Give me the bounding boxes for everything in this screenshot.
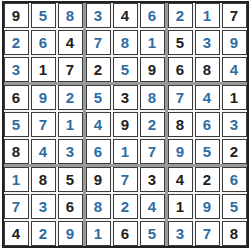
sudoku-cell-r5c3[interactable]: 1 (58, 112, 83, 137)
sudoku-cell-r7c5[interactable]: 7 (113, 167, 138, 192)
sudoku-cell-r3c6[interactable]: 9 (140, 57, 165, 82)
sudoku-cell-r2c6[interactable]: 1 (140, 30, 165, 55)
sudoku-cell-r4c5[interactable]: 3 (113, 85, 138, 110)
sudoku-cell-r8c7[interactable]: 1 (168, 194, 193, 219)
sudoku-cell-r2c1[interactable]: 2 (4, 30, 29, 55)
sudoku-cell-r9c1[interactable]: 4 (4, 221, 29, 246)
sudoku-cell-r7c1[interactable]: 1 (4, 167, 29, 192)
sudoku-cell-r7c3[interactable]: 5 (58, 167, 83, 192)
sudoku-cell-r3c3[interactable]: 7 (58, 57, 83, 82)
sudoku-cell-r4c2[interactable]: 9 (31, 85, 56, 110)
sudoku-cell-r2c5[interactable]: 8 (113, 30, 138, 55)
sudoku-cell-r1c8[interactable]: 1 (195, 3, 220, 28)
sudoku-cell-r4c1[interactable]: 6 (4, 85, 29, 110)
sudoku-cell-r5c4[interactable]: 4 (86, 112, 111, 137)
sudoku-cell-r7c8[interactable]: 2 (195, 167, 220, 192)
sudoku-cell-r6c6[interactable]: 7 (140, 139, 165, 164)
sudoku-box-3: 217539684 (168, 3, 247, 82)
sudoku-cell-r6c8[interactable]: 5 (195, 139, 220, 164)
sudoku-cell-r5c8[interactable]: 6 (195, 112, 220, 137)
sudoku-board: 9582643173467812592175396846925718435384… (2, 1, 249, 248)
sudoku-cell-r1c3[interactable]: 8 (58, 3, 83, 28)
sudoku-box-4: 692571843 (4, 85, 83, 164)
sudoku-cell-r8c4[interactable]: 8 (86, 194, 111, 219)
sudoku-cell-r9c3[interactable]: 9 (58, 221, 83, 246)
sudoku-cell-r6c7[interactable]: 9 (168, 139, 193, 164)
sudoku-cell-r3c2[interactable]: 1 (31, 57, 56, 82)
sudoku-cell-r9c9[interactable]: 8 (222, 221, 247, 246)
sudoku-cell-r5c2[interactable]: 7 (31, 112, 56, 137)
sudoku-cell-r8c6[interactable]: 4 (140, 194, 165, 219)
sudoku-cell-r3c1[interactable]: 3 (4, 57, 29, 82)
sudoku-cell-r4c8[interactable]: 4 (195, 85, 220, 110)
sudoku-box-8: 973824165 (86, 167, 165, 246)
sudoku-cell-r5c5[interactable]: 9 (113, 112, 138, 137)
sudoku-cell-r6c1[interactable]: 8 (4, 139, 29, 164)
sudoku-cell-r1c6[interactable]: 6 (140, 3, 165, 28)
sudoku-cell-r9c4[interactable]: 1 (86, 221, 111, 246)
sudoku-cell-r4c4[interactable]: 5 (86, 85, 111, 110)
sudoku-cell-r9c8[interactable]: 7 (195, 221, 220, 246)
sudoku-cell-r1c4[interactable]: 3 (86, 3, 111, 28)
sudoku-cell-r2c3[interactable]: 4 (58, 30, 83, 55)
sudoku-cell-r5c9[interactable]: 3 (222, 112, 247, 137)
sudoku-cell-r7c4[interactable]: 9 (86, 167, 111, 192)
sudoku-cell-r5c6[interactable]: 2 (140, 112, 165, 137)
sudoku-cell-r4c9[interactable]: 1 (222, 85, 247, 110)
sudoku-cell-r2c7[interactable]: 5 (168, 30, 193, 55)
sudoku-cell-r8c8[interactable]: 9 (195, 194, 220, 219)
sudoku-cell-r8c1[interactable]: 7 (4, 194, 29, 219)
sudoku-cell-r1c1[interactable]: 9 (4, 3, 29, 28)
sudoku-cell-r8c9[interactable]: 5 (222, 194, 247, 219)
sudoku-cell-r2c8[interactable]: 3 (195, 30, 220, 55)
sudoku-cell-r2c9[interactable]: 9 (222, 30, 247, 55)
sudoku-cell-r3c4[interactable]: 2 (86, 57, 111, 82)
sudoku-cell-r4c3[interactable]: 2 (58, 85, 83, 110)
sudoku-cell-r3c8[interactable]: 8 (195, 57, 220, 82)
sudoku-cell-r7c2[interactable]: 8 (31, 167, 56, 192)
sudoku-cell-r3c7[interactable]: 6 (168, 57, 193, 82)
sudoku-box-2: 346781259 (86, 3, 165, 82)
sudoku-cell-r2c2[interactable]: 6 (31, 30, 56, 55)
sudoku-cell-r5c1[interactable]: 5 (4, 112, 29, 137)
sudoku-box-5: 538492617 (86, 85, 165, 164)
sudoku-cell-r3c5[interactable]: 5 (113, 57, 138, 82)
sudoku-cell-r6c4[interactable]: 6 (86, 139, 111, 164)
sudoku-cell-r6c3[interactable]: 3 (58, 139, 83, 164)
sudoku-box-7: 185736429 (4, 167, 83, 246)
sudoku-cell-r6c2[interactable]: 4 (31, 139, 56, 164)
sudoku-cell-r8c3[interactable]: 6 (58, 194, 83, 219)
sudoku-cell-r9c5[interactable]: 6 (113, 221, 138, 246)
sudoku-cell-r8c2[interactable]: 3 (31, 194, 56, 219)
sudoku-cell-r3c9[interactable]: 4 (222, 57, 247, 82)
sudoku-cell-r1c9[interactable]: 7 (222, 3, 247, 28)
sudoku-cell-r6c5[interactable]: 1 (113, 139, 138, 164)
sudoku-cell-r4c7[interactable]: 7 (168, 85, 193, 110)
sudoku-cell-r1c7[interactable]: 2 (168, 3, 193, 28)
sudoku-box-6: 741863952 (168, 85, 247, 164)
sudoku-cell-r6c9[interactable]: 2 (222, 139, 247, 164)
sudoku-box-9: 426195378 (168, 167, 247, 246)
sudoku-cell-r7c9[interactable]: 6 (222, 167, 247, 192)
sudoku-cell-r5c7[interactable]: 8 (168, 112, 193, 137)
sudoku-box-1: 958264317 (4, 3, 83, 82)
sudoku-cell-r1c2[interactable]: 5 (31, 3, 56, 28)
sudoku-cell-r9c7[interactable]: 3 (168, 221, 193, 246)
sudoku-page: 9582643173467812592175396846925718435384… (0, 0, 250, 249)
sudoku-cell-r4c6[interactable]: 8 (140, 85, 165, 110)
sudoku-cell-r7c7[interactable]: 4 (168, 167, 193, 192)
sudoku-cell-r2c4[interactable]: 7 (86, 30, 111, 55)
sudoku-cell-r9c6[interactable]: 5 (140, 221, 165, 246)
sudoku-cell-r8c5[interactable]: 2 (113, 194, 138, 219)
sudoku-cell-r1c5[interactable]: 4 (113, 3, 138, 28)
sudoku-cell-r7c6[interactable]: 3 (140, 167, 165, 192)
sudoku-cell-r9c2[interactable]: 2 (31, 221, 56, 246)
